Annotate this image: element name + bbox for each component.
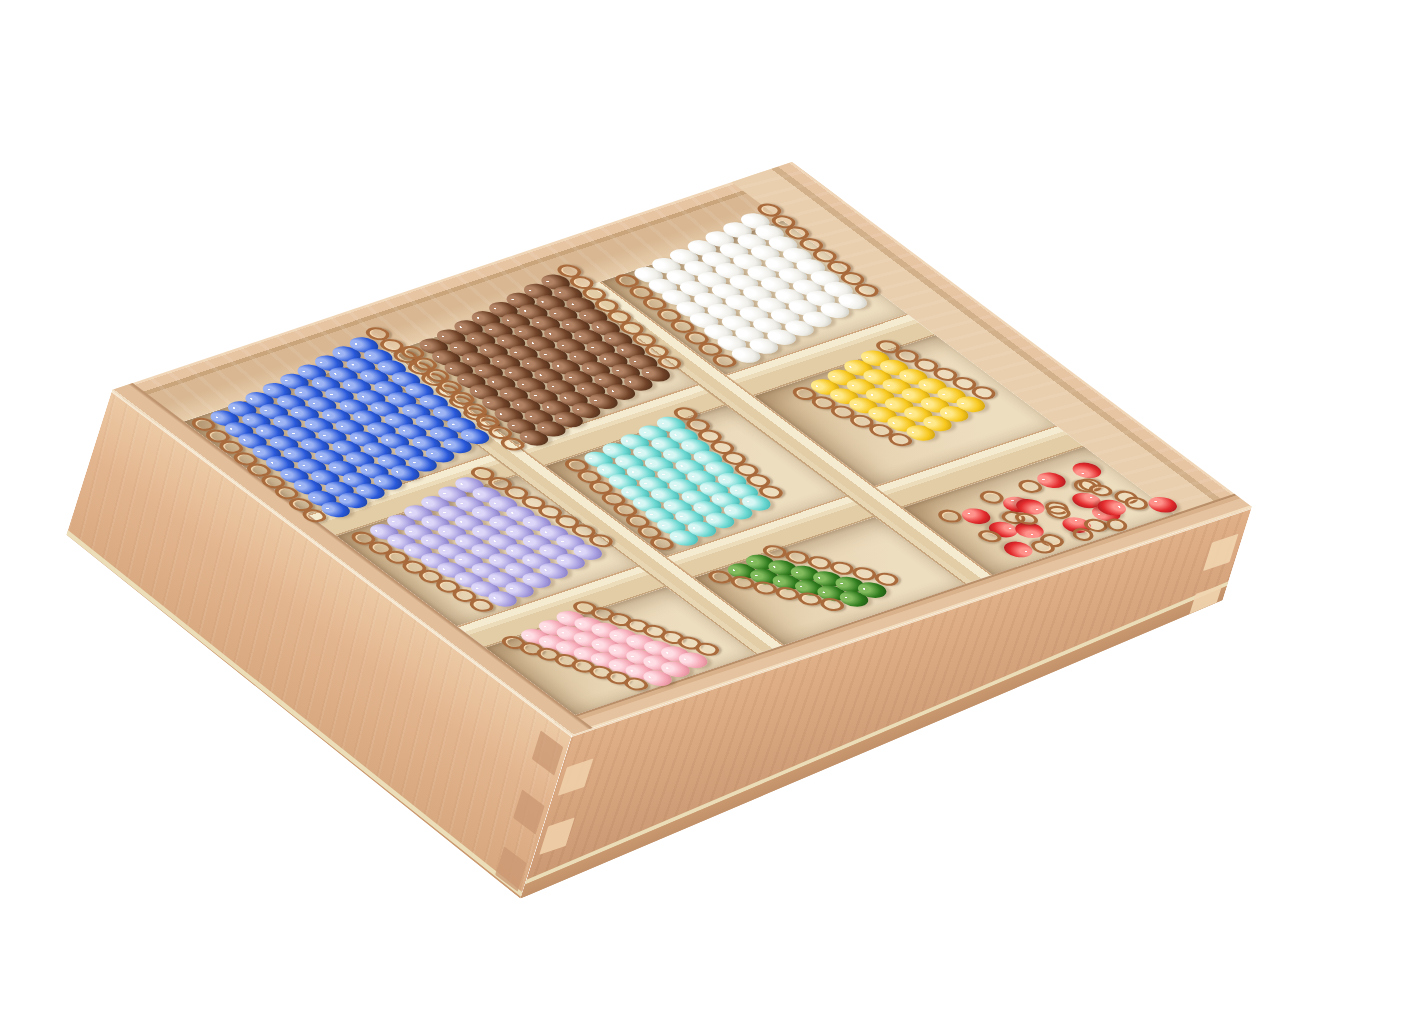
finger-joint [513,789,544,834]
single-red-bead-with-wire [1121,496,1181,515]
copper-wire-loop-icon [1124,496,1148,511]
bead [1069,462,1106,480]
finger-joint [1203,534,1238,571]
single-red-bead-with-wire [935,507,995,529]
single-red-bead-with-wire [1016,469,1072,499]
product-photo-montessori-bead-box [0,0,1424,1023]
finger-joint [532,730,563,775]
finger-joint [1187,585,1222,622]
finger-joint [495,846,526,891]
finger-joint [1172,632,1207,669]
finger-joint [539,817,574,854]
copper-wire-loop-icon [937,509,963,523]
finger-joint [558,758,593,795]
